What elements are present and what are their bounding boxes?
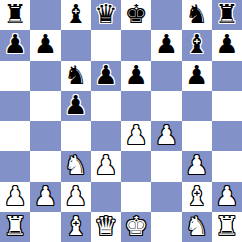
piece-black-pawn: ♟ [185,62,208,88]
square-c8[interactable]: ♝ [61,0,91,30]
square-d1[interactable]: ♛ [91,212,121,242]
piece-black-queen: ♛ [94,1,117,27]
piece-white-pawn: ♟ [3,183,26,209]
square-h8[interactable]: ♜ [212,0,242,30]
piece-white-bishop: ♝ [64,213,87,239]
square-c1[interactable]: ♝ [61,212,91,242]
piece-white-knight: ♞ [185,213,208,239]
piece-white-pawn: ♟ [34,183,57,209]
square-f8[interactable] [151,0,181,30]
square-c7[interactable] [61,30,91,60]
square-b2[interactable]: ♟ [30,182,60,212]
piece-black-pawn: ♟ [155,31,178,57]
piece-white-bishop: ♝ [185,183,208,209]
square-b1[interactable] [30,212,60,242]
piece-white-knight: ♞ [64,152,87,178]
square-c3[interactable]: ♞ [61,151,91,181]
square-g6[interactable]: ♟ [182,61,212,91]
square-g4[interactable] [182,121,212,151]
square-c6[interactable]: ♞ [61,61,91,91]
square-d8[interactable]: ♛ [91,0,121,30]
square-e3[interactable] [121,151,151,181]
piece-black-pawn: ♟ [94,62,117,88]
piece-black-pawn: ♟ [124,62,147,88]
square-h2[interactable]: ♟ [212,182,242,212]
piece-black-pawn: ♟ [215,31,238,57]
square-g3[interactable]: ♟ [182,151,212,181]
square-a5[interactable] [0,91,30,121]
piece-black-bishop: ♝ [185,31,208,57]
square-f5[interactable] [151,91,181,121]
piece-white-pawn: ♟ [215,183,238,209]
square-b5[interactable] [30,91,60,121]
square-e5[interactable] [121,91,151,121]
piece-black-king: ♚ [124,1,147,27]
square-d6[interactable]: ♟ [91,61,121,91]
square-e7[interactable] [121,30,151,60]
piece-white-pawn: ♟ [155,122,178,148]
square-h5[interactable] [212,91,242,121]
square-b7[interactable]: ♟ [30,30,60,60]
piece-black-bishop: ♝ [64,1,87,27]
square-a4[interactable] [0,121,30,151]
square-e4[interactable]: ♟ [121,121,151,151]
square-c4[interactable] [61,121,91,151]
square-e1[interactable]: ♚ [121,212,151,242]
square-a8[interactable]: ♜ [0,0,30,30]
square-d7[interactable] [91,30,121,60]
square-g1[interactable]: ♞ [182,212,212,242]
square-h1[interactable]: ♜ [212,212,242,242]
square-h7[interactable]: ♟ [212,30,242,60]
piece-white-pawn: ♟ [94,152,117,178]
square-g8[interactable]: ♞ [182,0,212,30]
piece-black-knight: ♞ [185,1,208,27]
piece-white-pawn: ♟ [124,122,147,148]
chess-board: ♜♝♛♚♞♜♟♟♟♝♟♞♟♟♟♟♟♟♞♟♟♟♟♟♝♟♜♝♛♚♞♜ [0,0,242,242]
square-f3[interactable] [151,151,181,181]
square-f6[interactable] [151,61,181,91]
square-b8[interactable] [30,0,60,30]
piece-white-rook: ♜ [3,213,26,239]
square-d4[interactable] [91,121,121,151]
square-b4[interactable] [30,121,60,151]
square-h3[interactable] [212,151,242,181]
piece-white-rook: ♜ [215,213,238,239]
piece-black-pawn: ♟ [64,92,87,118]
square-g5[interactable] [182,91,212,121]
square-e8[interactable]: ♚ [121,0,151,30]
square-h4[interactable] [212,121,242,151]
square-f7[interactable]: ♟ [151,30,181,60]
square-g7[interactable]: ♝ [182,30,212,60]
square-a2[interactable]: ♟ [0,182,30,212]
piece-white-pawn: ♟ [185,152,208,178]
square-f4[interactable]: ♟ [151,121,181,151]
square-d3[interactable]: ♟ [91,151,121,181]
piece-white-pawn: ♟ [64,183,87,209]
square-f2[interactable] [151,182,181,212]
square-a1[interactable]: ♜ [0,212,30,242]
piece-white-queen: ♛ [94,213,117,239]
square-d2[interactable] [91,182,121,212]
square-a6[interactable] [0,61,30,91]
piece-black-pawn: ♟ [3,31,26,57]
square-e6[interactable]: ♟ [121,61,151,91]
piece-black-knight: ♞ [64,62,87,88]
square-e2[interactable] [121,182,151,212]
square-a7[interactable]: ♟ [0,30,30,60]
square-b3[interactable] [30,151,60,181]
piece-black-rook: ♜ [3,1,26,27]
square-d5[interactable] [91,91,121,121]
square-g2[interactable]: ♝ [182,182,212,212]
square-c2[interactable]: ♟ [61,182,91,212]
square-c5[interactable]: ♟ [61,91,91,121]
square-b6[interactable] [30,61,60,91]
square-h6[interactable] [212,61,242,91]
piece-black-pawn: ♟ [34,31,57,57]
square-a3[interactable] [0,151,30,181]
piece-white-king: ♚ [124,213,147,239]
piece-black-rook: ♜ [215,1,238,27]
square-f1[interactable] [151,212,181,242]
